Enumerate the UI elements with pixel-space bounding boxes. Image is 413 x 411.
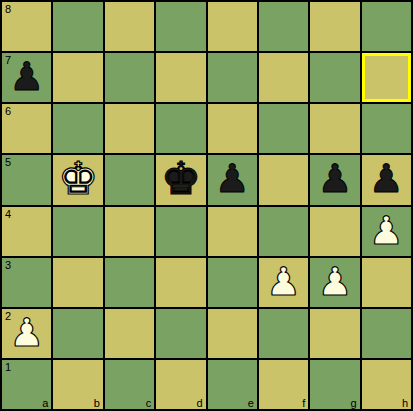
square-e8[interactable] (208, 2, 257, 51)
file-label-h: h (402, 397, 408, 409)
square-b7[interactable] (53, 53, 102, 102)
file-label-g: g (351, 397, 357, 409)
square-e6[interactable] (208, 104, 257, 153)
rank-label-1: 1 (5, 361, 11, 373)
square-b4[interactable] (53, 207, 102, 256)
square-e7[interactable] (208, 53, 257, 102)
black-pawn[interactable]: ♟ (9, 57, 44, 96)
white-pawn[interactable]: ♟ (317, 262, 352, 301)
square-a2[interactable]: 2♟ (2, 309, 51, 358)
square-b2[interactable] (53, 309, 102, 358)
square-f8[interactable] (259, 2, 308, 51)
square-b3[interactable] (53, 258, 102, 307)
square-g7[interactable] (310, 53, 359, 102)
square-c2[interactable] (105, 309, 154, 358)
square-f6[interactable] (259, 104, 308, 153)
rank-label-5: 5 (5, 156, 11, 168)
chess-board-window: 87♟65♚♚♟♟♟4♟3♟♟2♟1abcdefgh (0, 0, 413, 411)
square-h1[interactable]: h (362, 360, 411, 409)
white-pawn[interactable]: ♟ (266, 262, 301, 301)
square-g2[interactable] (310, 309, 359, 358)
white-king[interactable]: ♚ (58, 156, 98, 201)
square-d8[interactable] (156, 2, 205, 51)
file-label-d: d (196, 397, 202, 409)
square-b8[interactable] (53, 2, 102, 51)
square-a4[interactable]: 4 (2, 207, 51, 256)
square-d3[interactable] (156, 258, 205, 307)
square-c7[interactable] (105, 53, 154, 102)
square-d1[interactable]: d (156, 360, 205, 409)
square-h3[interactable] (362, 258, 411, 307)
square-c1[interactable]: c (105, 360, 154, 409)
square-d5[interactable]: ♚ (156, 155, 205, 204)
square-d2[interactable] (156, 309, 205, 358)
square-b1[interactable]: b (53, 360, 102, 409)
square-c6[interactable] (105, 104, 154, 153)
square-f5[interactable] (259, 155, 308, 204)
file-label-a: a (42, 397, 48, 409)
black-king[interactable]: ♚ (161, 156, 201, 201)
rank-label-3: 3 (5, 259, 11, 271)
file-label-c: c (146, 397, 152, 409)
square-a8[interactable]: 8 (2, 2, 51, 51)
square-c8[interactable] (105, 2, 154, 51)
file-label-f: f (302, 397, 305, 409)
white-pawn[interactable]: ♟ (369, 211, 404, 250)
square-d6[interactable] (156, 104, 205, 153)
square-a3[interactable]: 3 (2, 258, 51, 307)
file-label-b: b (94, 397, 100, 409)
square-d7[interactable] (156, 53, 205, 102)
rank-label-6: 6 (5, 105, 11, 117)
square-g5[interactable]: ♟ (310, 155, 359, 204)
square-d4[interactable] (156, 207, 205, 256)
square-a7[interactable]: 7♟ (2, 53, 51, 102)
rank-label-4: 4 (5, 208, 11, 220)
square-h5[interactable]: ♟ (362, 155, 411, 204)
square-h8[interactable] (362, 2, 411, 51)
square-g1[interactable]: g (310, 360, 359, 409)
square-a5[interactable]: 5 (2, 155, 51, 204)
square-h2[interactable] (362, 309, 411, 358)
square-f7[interactable] (259, 53, 308, 102)
square-h4[interactable]: ♟ (362, 207, 411, 256)
square-c5[interactable] (105, 155, 154, 204)
black-pawn[interactable]: ♟ (317, 159, 352, 198)
square-a1[interactable]: 1a (2, 360, 51, 409)
square-e3[interactable] (208, 258, 257, 307)
square-f4[interactable] (259, 207, 308, 256)
square-h6[interactable] (362, 104, 411, 153)
square-e4[interactable] (208, 207, 257, 256)
black-pawn[interactable]: ♟ (369, 159, 404, 198)
square-g6[interactable] (310, 104, 359, 153)
square-e5[interactable]: ♟ (208, 155, 257, 204)
chess-board: 87♟65♚♚♟♟♟4♟3♟♟2♟1abcdefgh (0, 0, 413, 411)
square-c4[interactable] (105, 207, 154, 256)
square-b6[interactable] (53, 104, 102, 153)
square-f1[interactable]: f (259, 360, 308, 409)
black-pawn[interactable]: ♟ (215, 159, 250, 198)
square-e2[interactable] (208, 309, 257, 358)
square-f3[interactable]: ♟ (259, 258, 308, 307)
square-c3[interactable] (105, 258, 154, 307)
square-f2[interactable] (259, 309, 308, 358)
square-a6[interactable]: 6 (2, 104, 51, 153)
square-g4[interactable] (310, 207, 359, 256)
square-g3[interactable]: ♟ (310, 258, 359, 307)
square-g8[interactable] (310, 2, 359, 51)
square-b5[interactable]: ♚ (53, 155, 102, 204)
square-h7[interactable] (362, 53, 411, 102)
rank-label-8: 8 (5, 3, 11, 15)
square-e1[interactable]: e (208, 360, 257, 409)
white-pawn[interactable]: ♟ (9, 313, 44, 352)
file-label-e: e (248, 397, 254, 409)
